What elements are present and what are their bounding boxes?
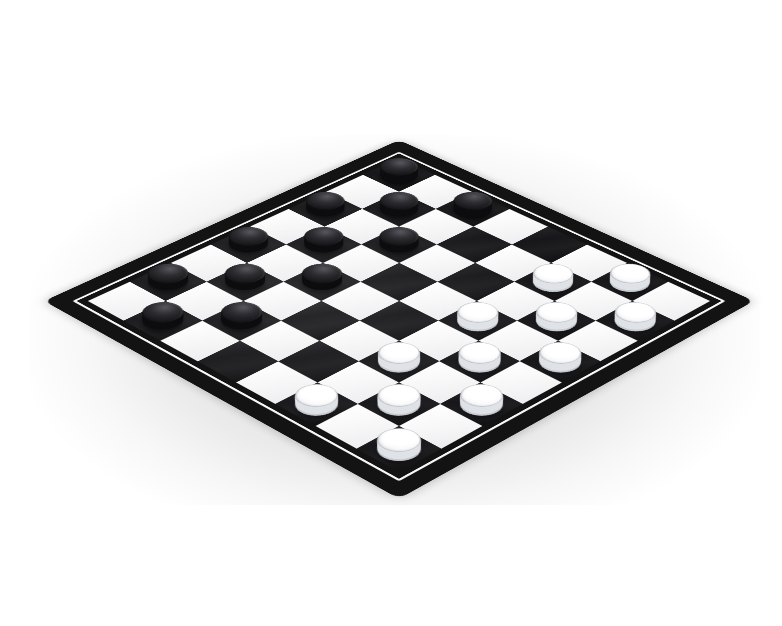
checkers-mat xyxy=(44,140,754,499)
product-photo-scene xyxy=(0,0,782,626)
mat-margin-line xyxy=(72,152,725,482)
board-perspective-stage xyxy=(148,50,650,552)
board-grid xyxy=(88,158,710,472)
board-cell[interactable] xyxy=(211,227,286,263)
mat-black-border xyxy=(44,140,754,499)
